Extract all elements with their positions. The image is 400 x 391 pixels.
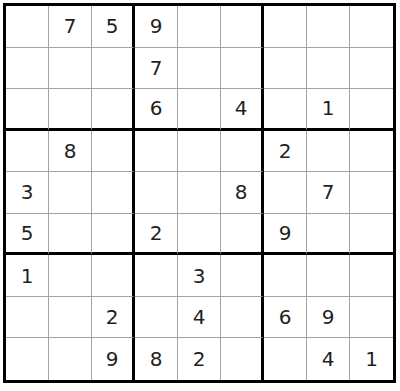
sudoku-cell-given: 2: [264, 131, 307, 173]
sudoku-cell-empty[interactable]: [350, 297, 393, 339]
sudoku-cell-empty[interactable]: [92, 172, 135, 214]
sudoku-cell-given: 1: [6, 255, 49, 297]
sudoku-cell-given: 4: [178, 297, 221, 339]
sudoku-cell-given: 9: [264, 214, 307, 256]
sudoku-cell-empty[interactable]: [6, 89, 49, 131]
sudoku-cell-empty[interactable]: [221, 6, 264, 48]
sudoku-cell-empty[interactable]: [178, 6, 221, 48]
sudoku-cell-given: 6: [135, 89, 178, 131]
sudoku-cell-given: 7: [135, 48, 178, 90]
sudoku-cell-empty[interactable]: [6, 338, 49, 380]
sudoku-cell-empty[interactable]: [307, 6, 350, 48]
sudoku-cell-empty[interactable]: [178, 214, 221, 256]
sudoku-cell-given: 7: [307, 172, 350, 214]
sudoku-cell-empty[interactable]: [6, 6, 49, 48]
sudoku-cell-empty[interactable]: [264, 6, 307, 48]
sudoku-cell-given: 7: [49, 6, 92, 48]
sudoku-cell-given: 5: [92, 6, 135, 48]
sudoku-cell-empty[interactable]: [92, 48, 135, 90]
sudoku-cell-empty[interactable]: [178, 48, 221, 90]
sudoku-cell-empty[interactable]: [92, 255, 135, 297]
sudoku-cell-empty[interactable]: [221, 214, 264, 256]
sudoku-cell-empty[interactable]: [135, 255, 178, 297]
sudoku-cell-empty[interactable]: [264, 89, 307, 131]
sudoku-cell-empty[interactable]: [6, 297, 49, 339]
sudoku-cell-given: 3: [178, 255, 221, 297]
sudoku-cell-empty[interactable]: [49, 297, 92, 339]
sudoku-cell-given: 8: [49, 131, 92, 173]
sudoku-cell-empty[interactable]: [350, 214, 393, 256]
sudoku-cell-empty[interactable]: [350, 48, 393, 90]
sudoku-cell-empty[interactable]: [221, 131, 264, 173]
sudoku-cell-given: 5: [6, 214, 49, 256]
sudoku-cell-given: 9: [135, 6, 178, 48]
sudoku-cell-given: 8: [135, 338, 178, 380]
sudoku-cell-empty[interactable]: [350, 255, 393, 297]
sudoku-cell-empty[interactable]: [92, 214, 135, 256]
sudoku-cell-empty[interactable]: [6, 48, 49, 90]
sudoku-cell-given: 4: [307, 338, 350, 380]
sudoku-cell-empty[interactable]: [49, 172, 92, 214]
sudoku-cell-empty[interactable]: [49, 338, 92, 380]
sudoku-cell-empty[interactable]: [178, 89, 221, 131]
sudoku-cell-empty[interactable]: [307, 255, 350, 297]
sudoku-cell-empty[interactable]: [178, 172, 221, 214]
sudoku-cell-empty[interactable]: [221, 48, 264, 90]
sudoku-cell-empty[interactable]: [350, 172, 393, 214]
sudoku-cell-empty[interactable]: [307, 48, 350, 90]
sudoku-cell-empty[interactable]: [92, 131, 135, 173]
sudoku-board: 75976418238752913246998241: [3, 3, 396, 383]
sudoku-cell-empty[interactable]: [221, 255, 264, 297]
sudoku-cell-empty[interactable]: [135, 297, 178, 339]
sudoku-cell-given: 2: [92, 297, 135, 339]
sudoku-cell-given: 8: [221, 172, 264, 214]
sudoku-cell-empty[interactable]: [49, 89, 92, 131]
sudoku-cell-empty[interactable]: [49, 255, 92, 297]
sudoku-cell-empty[interactable]: [49, 214, 92, 256]
sudoku-cell-given: 9: [92, 338, 135, 380]
sudoku-cell-empty[interactable]: [307, 131, 350, 173]
sudoku-cell-empty[interactable]: [307, 214, 350, 256]
sudoku-cell-empty[interactable]: [49, 48, 92, 90]
sudoku-cell-empty[interactable]: [264, 338, 307, 380]
sudoku-cell-empty[interactable]: [6, 131, 49, 173]
sudoku-cell-given: 1: [307, 89, 350, 131]
sudoku-cell-empty[interactable]: [264, 48, 307, 90]
sudoku-cell-given: 2: [135, 214, 178, 256]
sudoku-cell-empty[interactable]: [135, 131, 178, 173]
sudoku-board-wrapper: 75976418238752913246998241: [3, 3, 396, 383]
sudoku-cell-empty[interactable]: [92, 89, 135, 131]
sudoku-cell-empty[interactable]: [350, 6, 393, 48]
sudoku-cell-empty[interactable]: [135, 172, 178, 214]
sudoku-cell-given: 4: [221, 89, 264, 131]
sudoku-cell-given: 1: [350, 338, 393, 380]
sudoku-cell-empty[interactable]: [264, 172, 307, 214]
sudoku-cell-empty[interactable]: [221, 297, 264, 339]
sudoku-cell-empty[interactable]: [264, 255, 307, 297]
sudoku-cell-empty[interactable]: [350, 89, 393, 131]
sudoku-cell-given: 3: [6, 172, 49, 214]
sudoku-cell-empty[interactable]: [178, 131, 221, 173]
sudoku-cell-given: 2: [178, 338, 221, 380]
sudoku-cell-empty[interactable]: [350, 131, 393, 173]
sudoku-cell-empty[interactable]: [221, 338, 264, 380]
sudoku-cell-given: 9: [307, 297, 350, 339]
sudoku-cell-given: 6: [264, 297, 307, 339]
